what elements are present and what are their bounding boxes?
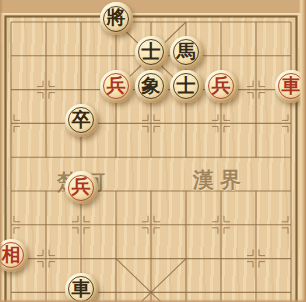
piece-glyph: 車	[282, 76, 301, 95]
piece-red-soldier[interactable]: 兵	[65, 171, 98, 204]
piece-black-horse[interactable]: 馬	[170, 36, 203, 69]
piece-glyph: 將	[107, 8, 126, 27]
piece-red-elephant[interactable]: 相	[0, 239, 28, 272]
piece-glyph: 象	[142, 76, 161, 95]
piece-glyph: 兵	[107, 76, 126, 95]
piece-glyph: 兵	[212, 76, 231, 95]
piece-black-soldier[interactable]: 卒	[65, 104, 98, 137]
piece-black-elephant[interactable]: 象	[135, 70, 168, 103]
river-text-right: 漢界	[193, 166, 247, 194]
xiangqi-board: 楚河 漢界 將士馬兵象士兵車卒兵相車	[0, 0, 306, 302]
piece-glyph: 相	[2, 245, 21, 264]
piece-glyph: 卒	[72, 110, 91, 129]
piece-black-advisor[interactable]: 士	[170, 70, 203, 103]
board-edge-right	[299, 0, 306, 302]
piece-red-soldier[interactable]: 兵	[100, 70, 133, 103]
piece-glyph: 車	[72, 279, 91, 298]
piece-black-chariot[interactable]: 車	[65, 273, 98, 302]
piece-glyph: 兵	[72, 177, 91, 196]
piece-glyph: 士	[142, 42, 161, 61]
piece-glyph: 士	[177, 76, 196, 95]
board-edge-left	[0, 0, 3, 302]
piece-glyph: 馬	[177, 42, 196, 61]
piece-black-general[interactable]: 將	[100, 2, 133, 35]
piece-black-advisor[interactable]: 士	[135, 36, 168, 69]
piece-red-soldier[interactable]: 兵	[205, 70, 238, 103]
